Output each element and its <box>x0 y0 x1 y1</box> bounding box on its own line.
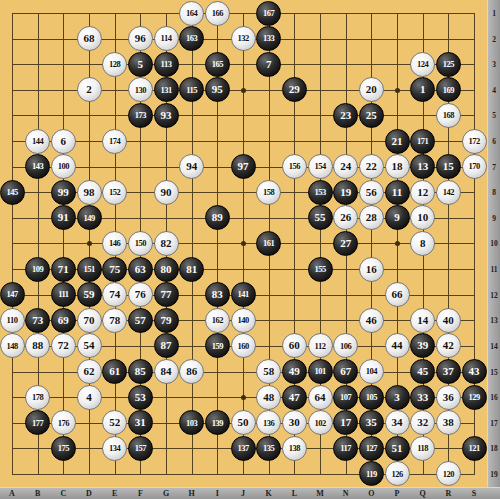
stone-black-9[interactable]: 9 <box>385 205 410 230</box>
stone-white-136[interactable]: 136 <box>256 410 281 435</box>
stone-white-134[interactable]: 134 <box>102 436 127 461</box>
move-number: 131 <box>160 86 171 95</box>
move-number: 89 <box>212 212 223 223</box>
move-number: 86 <box>186 366 197 377</box>
stone-white-66[interactable]: 66 <box>385 282 410 307</box>
stone-white-12[interactable]: 12 <box>410 180 435 205</box>
stone-white-100[interactable]: 100 <box>51 154 76 179</box>
stone-black-35[interactable]: 35 <box>359 410 384 435</box>
column-label-N: N <box>338 489 354 498</box>
stone-white-102[interactable]: 102 <box>308 410 333 435</box>
move-number: 34 <box>392 417 403 428</box>
stone-black-135[interactable]: 135 <box>256 436 281 461</box>
move-number: 169 <box>443 86 454 95</box>
stone-white-16[interactable]: 16 <box>359 257 384 282</box>
stone-black-80[interactable]: 80 <box>154 257 179 282</box>
stone-black-3[interactable]: 3 <box>385 385 410 410</box>
move-number: 117 <box>340 444 351 453</box>
stone-black-107[interactable]: 107 <box>333 385 358 410</box>
move-number: 27 <box>340 238 351 249</box>
move-number: 170 <box>468 162 479 171</box>
stone-black-131[interactable]: 131 <box>154 77 179 102</box>
row-label-12: 12 <box>488 291 500 300</box>
stone-white-4[interactable]: 4 <box>77 385 102 410</box>
stone-white-132[interactable]: 132 <box>231 26 256 51</box>
move-number: 90 <box>161 187 172 198</box>
move-number: 40 <box>443 315 454 326</box>
stone-white-88[interactable]: 88 <box>25 333 50 358</box>
move-number: 56 <box>366 187 377 198</box>
stone-black-55[interactable]: 55 <box>308 205 333 230</box>
move-number: 88 <box>32 340 43 351</box>
move-number: 11 <box>392 187 402 198</box>
stone-white-94[interactable]: 94 <box>179 154 204 179</box>
column-label-I: I <box>209 489 225 498</box>
stone-white-130[interactable]: 130 <box>128 77 153 102</box>
stone-black-143[interactable]: 143 <box>25 154 50 179</box>
row-label-19: 19 <box>488 470 500 479</box>
stone-white-98[interactable]: 98 <box>77 180 102 205</box>
row-label-7: 7 <box>488 163 500 172</box>
move-number: 118 <box>417 444 428 453</box>
column-label-D: D <box>81 489 97 498</box>
move-number: 17 <box>340 417 351 428</box>
move-number: 72 <box>58 340 69 351</box>
stone-black-177[interactable]: 177 <box>25 410 50 435</box>
stone-white-158[interactable]: 158 <box>256 180 281 205</box>
move-number: 29 <box>289 84 300 95</box>
stone-white-176[interactable]: 176 <box>51 410 76 435</box>
stone-black-173[interactable]: 173 <box>128 103 153 128</box>
move-number: 62 <box>84 366 95 377</box>
move-number: 9 <box>394 212 400 223</box>
stone-white-58[interactable]: 58 <box>256 359 281 384</box>
move-number: 81 <box>186 264 197 275</box>
move-number: 161 <box>263 239 274 248</box>
stone-black-113[interactable]: 113 <box>154 52 179 77</box>
move-number: 143 <box>32 162 43 171</box>
move-number: 137 <box>237 444 248 453</box>
move-number: 28 <box>366 212 377 223</box>
move-number: 129 <box>468 393 479 402</box>
move-number: 67 <box>340 366 351 377</box>
go-board[interactable]: 1234567891011121314151617181920212223242… <box>0 0 487 487</box>
move-number: 78 <box>109 315 120 326</box>
stone-black-73[interactable]: 73 <box>25 308 50 333</box>
stone-black-139[interactable]: 139 <box>205 410 230 435</box>
stone-white-170[interactable]: 170 <box>462 154 487 179</box>
stone-black-13[interactable]: 13 <box>410 154 435 179</box>
star-point <box>241 395 246 400</box>
move-number: 7 <box>266 59 272 70</box>
stone-white-6[interactable]: 6 <box>51 129 76 154</box>
stone-black-169[interactable]: 169 <box>436 77 461 102</box>
stone-black-141[interactable]: 141 <box>231 282 256 307</box>
move-number: 24 <box>340 161 351 172</box>
stone-black-161[interactable]: 161 <box>256 231 281 256</box>
move-number: 19 <box>340 187 351 198</box>
stone-white-10[interactable]: 10 <box>410 205 435 230</box>
move-number: 23 <box>340 110 351 121</box>
stone-white-112[interactable]: 112 <box>308 333 333 358</box>
stone-black-27[interactable]: 27 <box>333 231 358 256</box>
stone-white-64[interactable]: 64 <box>308 385 333 410</box>
stone-black-87[interactable]: 87 <box>154 333 179 358</box>
move-number: 107 <box>340 393 351 402</box>
stone-black-93[interactable]: 93 <box>154 103 179 128</box>
stone-black-37[interactable]: 37 <box>436 359 461 384</box>
stone-black-153[interactable]: 153 <box>308 180 333 205</box>
stone-black-117[interactable]: 117 <box>333 436 358 461</box>
stone-white-118[interactable]: 118 <box>410 436 435 461</box>
stone-black-151[interactable]: 151 <box>77 257 102 282</box>
row-label-18: 18 <box>488 444 500 453</box>
stone-black-165[interactable]: 165 <box>205 52 230 77</box>
stone-black-43[interactable]: 43 <box>462 359 487 384</box>
stone-black-157[interactable]: 157 <box>128 436 153 461</box>
column-label-K: K <box>261 489 277 498</box>
stone-black-155[interactable]: 155 <box>308 257 333 282</box>
stone-black-21[interactable]: 21 <box>385 129 410 154</box>
stone-black-81[interactable]: 81 <box>179 257 204 282</box>
stone-white-178[interactable]: 178 <box>25 385 50 410</box>
stone-white-120[interactable]: 120 <box>436 461 461 486</box>
stone-black-67[interactable]: 67 <box>333 359 358 384</box>
stone-white-140[interactable]: 140 <box>231 308 256 333</box>
stone-black-95[interactable]: 95 <box>205 77 230 102</box>
stone-black-99[interactable]: 99 <box>51 180 76 205</box>
move-number: 150 <box>135 239 146 248</box>
stone-white-148[interactable]: 148 <box>0 333 25 358</box>
stone-white-8[interactable]: 8 <box>410 231 435 256</box>
stone-white-46[interactable]: 46 <box>359 308 384 333</box>
stone-white-22[interactable]: 22 <box>359 154 384 179</box>
stone-black-115[interactable]: 115 <box>179 77 204 102</box>
stone-black-147[interactable]: 147 <box>0 282 25 307</box>
move-number: 87 <box>161 340 172 351</box>
move-number: 154 <box>314 162 325 171</box>
stone-black-31[interactable]: 31 <box>128 410 153 435</box>
stone-black-77[interactable]: 77 <box>154 282 179 307</box>
move-number: 21 <box>392 136 403 147</box>
move-number: 37 <box>443 366 454 377</box>
move-number: 171 <box>417 137 428 146</box>
stone-white-128[interactable]: 128 <box>102 52 127 77</box>
stone-white-70[interactable]: 70 <box>77 308 102 333</box>
stone-white-144[interactable]: 144 <box>25 129 50 154</box>
move-number: 46 <box>366 315 377 326</box>
move-number: 25 <box>366 110 377 121</box>
stone-white-114[interactable]: 114 <box>154 26 179 51</box>
move-number: 132 <box>237 34 248 43</box>
row-label-strip: 12345678910111213141516171819 <box>487 0 500 487</box>
move-number: 44 <box>392 340 403 351</box>
move-number: 125 <box>443 60 454 69</box>
stone-black-29[interactable]: 29 <box>282 77 307 102</box>
move-number: 97 <box>238 161 249 172</box>
stone-black-7[interactable]: 7 <box>256 52 281 77</box>
stone-white-2[interactable]: 2 <box>77 77 102 102</box>
stone-black-129[interactable]: 129 <box>462 385 487 410</box>
stone-white-172[interactable]: 172 <box>462 129 487 154</box>
stone-black-163[interactable]: 163 <box>179 26 204 51</box>
move-number: 76 <box>135 289 146 300</box>
stone-black-19[interactable]: 19 <box>333 180 358 205</box>
move-number: 85 <box>135 366 146 377</box>
stone-white-168[interactable]: 168 <box>436 103 461 128</box>
stone-white-36[interactable]: 36 <box>436 385 461 410</box>
stone-black-127[interactable]: 127 <box>359 436 384 461</box>
stone-white-90[interactable]: 90 <box>154 180 179 205</box>
stone-white-56[interactable]: 56 <box>359 180 384 205</box>
move-number: 26 <box>340 212 351 223</box>
stone-white-82[interactable]: 82 <box>154 231 179 256</box>
stone-black-5[interactable]: 5 <box>128 52 153 77</box>
move-number: 10 <box>417 212 428 223</box>
stone-black-45[interactable]: 45 <box>410 359 435 384</box>
stone-black-53[interactable]: 53 <box>128 385 153 410</box>
stone-black-49[interactable]: 49 <box>282 359 307 384</box>
stone-black-175[interactable]: 175 <box>51 436 76 461</box>
stone-white-76[interactable]: 76 <box>128 282 153 307</box>
stone-white-74[interactable]: 74 <box>102 282 127 307</box>
stone-black-159[interactable]: 159 <box>205 333 230 358</box>
move-number: 134 <box>109 444 120 453</box>
stone-black-137[interactable]: 137 <box>231 436 256 461</box>
move-number: 68 <box>84 33 95 44</box>
stone-black-1[interactable]: 1 <box>410 77 435 102</box>
stone-black-39[interactable]: 39 <box>410 333 435 358</box>
stone-white-106[interactable]: 106 <box>333 333 358 358</box>
move-number: 111 <box>58 290 68 299</box>
column-label-L: L <box>286 489 302 498</box>
stone-white-28[interactable]: 28 <box>359 205 384 230</box>
column-label-J: J <box>235 489 251 498</box>
move-number: 174 <box>109 137 120 146</box>
row-label-8: 8 <box>488 188 500 197</box>
move-number: 141 <box>237 290 248 299</box>
stone-black-71[interactable]: 71 <box>51 257 76 282</box>
stone-white-40[interactable]: 40 <box>436 308 461 333</box>
stone-black-25[interactable]: 25 <box>359 103 384 128</box>
stone-white-78[interactable]: 78 <box>102 308 127 333</box>
stone-black-89[interactable]: 89 <box>205 205 230 230</box>
stone-white-72[interactable]: 72 <box>51 333 76 358</box>
stone-black-105[interactable]: 105 <box>359 385 384 410</box>
move-number: 128 <box>109 60 120 69</box>
stone-white-110[interactable]: 110 <box>0 308 25 333</box>
stone-white-104[interactable]: 104 <box>359 359 384 384</box>
move-number: 95 <box>212 84 223 95</box>
move-number: 164 <box>186 9 197 18</box>
column-label-A: A <box>4 489 20 498</box>
move-number: 83 <box>212 289 223 300</box>
move-number: 160 <box>237 342 248 351</box>
stone-white-166[interactable]: 166 <box>205 1 230 26</box>
row-label-1: 1 <box>488 9 500 18</box>
move-number: 75 <box>109 264 120 275</box>
stone-black-125[interactable]: 125 <box>436 52 461 77</box>
stone-white-154[interactable]: 154 <box>308 154 333 179</box>
stone-black-149[interactable]: 149 <box>77 205 102 230</box>
stone-white-126[interactable]: 126 <box>385 461 410 486</box>
stone-black-103[interactable]: 103 <box>179 410 204 435</box>
stone-black-91[interactable]: 91 <box>51 205 76 230</box>
stone-white-34[interactable]: 34 <box>385 410 410 435</box>
stone-white-84[interactable]: 84 <box>154 359 179 384</box>
move-number: 155 <box>314 265 325 274</box>
stone-black-33[interactable]: 33 <box>410 385 435 410</box>
row-label-10: 10 <box>488 239 500 248</box>
stone-black-171[interactable]: 171 <box>410 129 435 154</box>
stone-black-11[interactable]: 11 <box>385 180 410 205</box>
move-number: 103 <box>186 419 197 428</box>
stone-black-119[interactable]: 119 <box>359 461 384 486</box>
stone-black-69[interactable]: 69 <box>51 308 76 333</box>
move-number: 105 <box>366 393 377 402</box>
stone-black-101[interactable]: 101 <box>308 359 333 384</box>
row-label-14: 14 <box>488 342 500 351</box>
star-point <box>87 241 92 246</box>
move-number: 147 <box>6 290 17 299</box>
move-number: 64 <box>315 392 326 403</box>
move-number: 42 <box>443 340 454 351</box>
stone-white-50[interactable]: 50 <box>231 410 256 435</box>
stone-white-96[interactable]: 96 <box>128 26 153 51</box>
move-number: 79 <box>161 315 172 326</box>
move-number: 100 <box>58 162 69 171</box>
stone-white-38[interactable]: 38 <box>436 410 461 435</box>
move-number: 55 <box>315 212 326 223</box>
move-number: 139 <box>212 419 223 428</box>
move-number: 112 <box>315 342 326 351</box>
stone-white-160[interactable]: 160 <box>231 333 256 358</box>
stone-white-24[interactable]: 24 <box>333 154 358 179</box>
stone-black-51[interactable]: 51 <box>385 436 410 461</box>
stone-black-79[interactable]: 79 <box>154 308 179 333</box>
stone-white-138[interactable]: 138 <box>282 436 307 461</box>
stone-white-48[interactable]: 48 <box>256 385 281 410</box>
stone-white-62[interactable]: 62 <box>77 359 102 384</box>
column-label-M: M <box>312 489 328 498</box>
stone-black-111[interactable]: 111 <box>51 282 76 307</box>
stone-white-152[interactable]: 152 <box>102 180 127 205</box>
stone-white-20[interactable]: 20 <box>359 77 384 102</box>
column-label-Q: Q <box>415 489 431 498</box>
move-number: 4 <box>86 392 92 403</box>
stone-black-85[interactable]: 85 <box>128 359 153 384</box>
move-number: 126 <box>391 470 402 479</box>
move-number: 80 <box>161 264 172 275</box>
stone-black-83[interactable]: 83 <box>205 282 230 307</box>
stone-black-145[interactable]: 145 <box>0 180 25 205</box>
move-number: 14 <box>417 315 428 326</box>
stone-white-44[interactable]: 44 <box>385 333 410 358</box>
move-number: 36 <box>443 392 454 403</box>
move-number: 178 <box>32 393 43 402</box>
move-number: 127 <box>366 444 377 453</box>
stone-black-57[interactable]: 57 <box>128 308 153 333</box>
move-number: 49 <box>289 366 300 377</box>
column-label-P: P <box>389 489 405 498</box>
move-number: 138 <box>289 444 300 453</box>
row-label-16: 16 <box>488 393 500 402</box>
stone-white-26[interactable]: 26 <box>333 205 358 230</box>
stone-black-167[interactable]: 167 <box>256 1 281 26</box>
move-number: 175 <box>58 444 69 453</box>
stone-white-124[interactable]: 124 <box>410 52 435 77</box>
move-number: 1 <box>420 84 426 95</box>
stone-black-133[interactable]: 133 <box>256 26 281 51</box>
stone-black-61[interactable]: 61 <box>102 359 127 384</box>
stone-white-142[interactable]: 142 <box>436 180 461 205</box>
row-label-4: 4 <box>488 86 500 95</box>
stone-white-146[interactable]: 146 <box>102 231 127 256</box>
column-label-H: H <box>184 489 200 498</box>
column-label-S: S <box>466 489 482 498</box>
stone-white-52[interactable]: 52 <box>102 410 127 435</box>
stone-black-121[interactable]: 121 <box>462 436 487 461</box>
move-number: 96 <box>135 33 146 44</box>
move-number: 59 <box>84 289 95 300</box>
stone-white-174[interactable]: 174 <box>102 129 127 154</box>
stone-black-59[interactable]: 59 <box>77 282 102 307</box>
star-point <box>395 241 400 246</box>
stone-white-164[interactable]: 164 <box>179 1 204 26</box>
move-number: 140 <box>237 316 248 325</box>
stone-black-23[interactable]: 23 <box>333 103 358 128</box>
move-number: 109 <box>32 265 43 274</box>
stone-white-32[interactable]: 32 <box>410 410 435 435</box>
stone-black-17[interactable]: 17 <box>333 410 358 435</box>
move-number: 133 <box>263 34 274 43</box>
move-number: 98 <box>84 187 95 198</box>
move-number: 176 <box>58 419 69 428</box>
stone-white-54[interactable]: 54 <box>77 333 102 358</box>
stone-white-86[interactable]: 86 <box>179 359 204 384</box>
move-number: 51 <box>392 443 403 454</box>
stone-white-68[interactable]: 68 <box>77 26 102 51</box>
move-number: 162 <box>212 316 223 325</box>
stone-white-42[interactable]: 42 <box>436 333 461 358</box>
move-number: 31 <box>135 417 146 428</box>
move-number: 106 <box>340 342 351 351</box>
stone-black-75[interactable]: 75 <box>102 257 127 282</box>
stone-black-97[interactable]: 97 <box>231 154 256 179</box>
column-label-G: G <box>158 489 174 498</box>
stone-white-162[interactable]: 162 <box>205 308 230 333</box>
stone-white-14[interactable]: 14 <box>410 308 435 333</box>
stone-white-18[interactable]: 18 <box>385 154 410 179</box>
stone-black-63[interactable]: 63 <box>128 257 153 282</box>
move-number: 114 <box>161 34 172 43</box>
move-number: 165 <box>212 60 223 69</box>
stone-black-47[interactable]: 47 <box>282 385 307 410</box>
move-number: 3 <box>394 392 400 403</box>
move-number: 20 <box>366 84 377 95</box>
move-number: 151 <box>83 265 94 274</box>
stone-white-156[interactable]: 156 <box>282 154 307 179</box>
row-label-13: 13 <box>488 316 500 325</box>
stone-white-150[interactable]: 150 <box>128 231 153 256</box>
move-number: 152 <box>109 188 120 197</box>
move-number: 73 <box>32 315 43 326</box>
stone-white-60[interactable]: 60 <box>282 333 307 358</box>
stone-black-109[interactable]: 109 <box>25 257 50 282</box>
stone-white-30[interactable]: 30 <box>282 410 307 435</box>
stone-black-15[interactable]: 15 <box>436 154 461 179</box>
row-label-6: 6 <box>488 137 500 146</box>
